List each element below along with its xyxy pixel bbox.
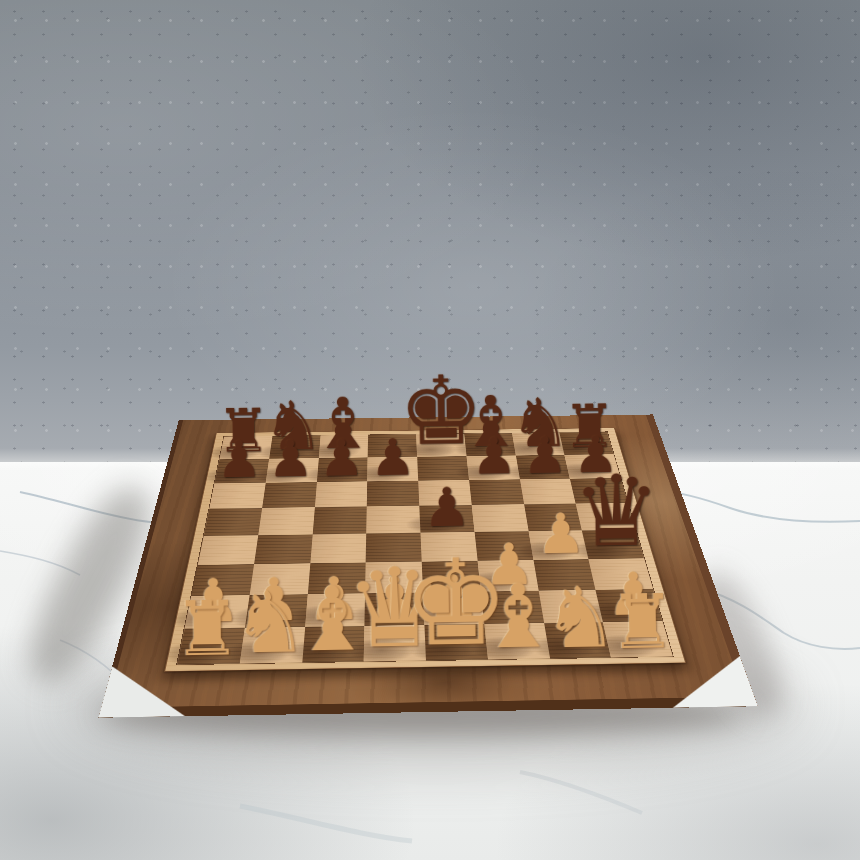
black-pawn: ♟ [522, 430, 567, 481]
square-h4: ♛ [582, 530, 644, 559]
black-pawn: ♟ [268, 433, 314, 484]
square-g6 [520, 479, 576, 505]
square-e5: ♟ [419, 505, 474, 533]
square-b4 [254, 534, 312, 564]
black-pawn: ♟ [216, 434, 262, 485]
square-f6 [469, 479, 524, 505]
square-b6 [262, 482, 317, 508]
square-d6 [367, 481, 419, 507]
square-d7: ♟ [367, 457, 418, 482]
square-f1: ♝ [484, 623, 549, 659]
black-pawn: ♟ [423, 480, 472, 534]
square-g1: ♞ [544, 622, 612, 658]
square-f5 [472, 504, 529, 532]
square-c7: ♟ [317, 457, 368, 482]
black-pawn: ♟ [319, 433, 365, 484]
square-c5 [312, 507, 367, 535]
square-a7: ♟ [215, 459, 269, 484]
square-a4 [198, 535, 258, 565]
square-h1: ♜ [603, 621, 673, 657]
board-playing-area: ♜♞♝♚♝♞♜♟♟♟♟♟♟♟♟♟♛♟♟♟♟♟♟♟♜♞♝♛♚♝♞♜ [164, 428, 686, 672]
square-a5 [204, 508, 262, 536]
black-pawn: ♟ [370, 432, 416, 483]
black-pawn: ♟ [471, 431, 517, 482]
white-rook: ♜ [608, 584, 676, 660]
board-grid: ♜♞♝♚♝♞♜♟♟♟♟♟♟♟♟♟♛♟♟♟♟♟♟♟♜♞♝♛♚♝♞♜ [176, 431, 674, 665]
chess-board: ♜♞♝♚♝♞♜♟♟♟♟♟♟♟♟♟♛♟♟♟♟♟♟♟♜♞♝♛♚♝♞♜ [98, 414, 758, 717]
square-c6 [314, 481, 367, 507]
board-scene: ♜♞♝♚♝♞♜♟♟♟♟♟♟♟♟♟♛♟♟♟♟♟♟♟♜♞♝♛♚♝♞♜ [0, 0, 860, 860]
square-a6 [209, 483, 265, 509]
photo-stage: ♜♞♝♚♝♞♜♟♟♟♟♟♟♟♟♟♛♟♟♟♟♟♟♟♜♞♝♛♚♝♞♜ [0, 0, 860, 860]
square-b5 [258, 507, 314, 535]
square-g7: ♟ [516, 455, 571, 479]
square-b7: ♟ [266, 458, 319, 483]
black-queen: ♛ [572, 462, 661, 561]
square-f7: ♟ [466, 455, 519, 479]
white-knight: ♞ [542, 575, 618, 660]
